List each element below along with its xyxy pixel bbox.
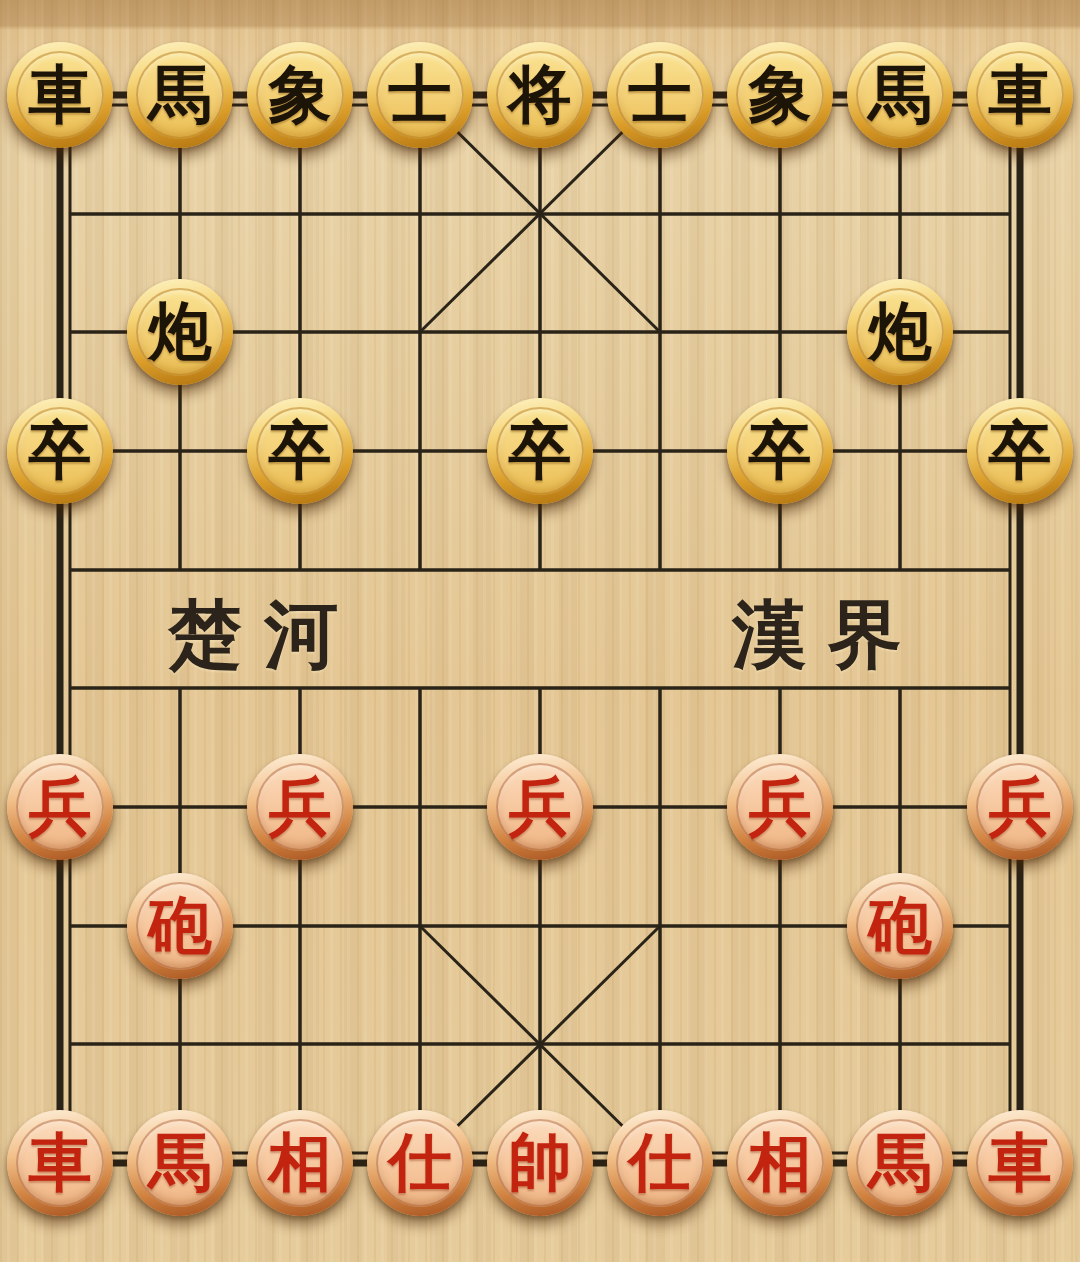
black-advisor[interactable]: 士 (607, 42, 713, 148)
piece-glyph: 卒 (749, 419, 812, 482)
piece-glyph: 仕 (389, 1131, 452, 1194)
red-soldier[interactable]: 兵 (727, 754, 833, 860)
piece-face: 砲 (136, 882, 224, 970)
piece-glyph: 象 (269, 63, 332, 126)
black-soldier[interactable]: 卒 (967, 398, 1073, 504)
piece-glyph: 卒 (509, 419, 572, 482)
piece-glyph: 馬 (149, 63, 212, 126)
piece-face: 卒 (736, 407, 824, 495)
piece-face: 馬 (856, 1119, 944, 1207)
piece-glyph: 兵 (989, 775, 1052, 838)
red-advisor[interactable]: 仕 (367, 1110, 473, 1216)
piece-glyph: 卒 (29, 419, 92, 482)
piece-face: 車 (976, 1119, 1064, 1207)
red-soldier[interactable]: 兵 (247, 754, 353, 860)
red-general[interactable]: 帥 (487, 1110, 593, 1216)
piece-face: 砲 (856, 882, 944, 970)
black-soldier[interactable]: 卒 (247, 398, 353, 504)
piece-glyph: 士 (629, 63, 692, 126)
piece-face: 相 (736, 1119, 824, 1207)
piece-glyph: 相 (749, 1131, 812, 1194)
piece-face: 士 (616, 51, 704, 139)
piece-face: 兵 (496, 763, 584, 851)
piece-face: 兵 (736, 763, 824, 851)
black-advisor[interactable]: 士 (367, 42, 473, 148)
piece-glyph: 馬 (869, 1131, 932, 1194)
piece-glyph: 将 (509, 63, 572, 126)
black-horse[interactable]: 馬 (127, 42, 233, 148)
black-cannon[interactable]: 炮 (127, 279, 233, 385)
red-soldier[interactable]: 兵 (7, 754, 113, 860)
river-label-right: 漢界 (732, 588, 924, 680)
piece-glyph: 馬 (149, 1131, 212, 1194)
red-elephant[interactable]: 相 (727, 1110, 833, 1216)
piece-face: 卒 (496, 407, 584, 495)
piece-glyph: 士 (389, 63, 452, 126)
piece-face: 炮 (856, 288, 944, 376)
piece-glyph: 炮 (869, 300, 932, 363)
piece-glyph: 車 (29, 63, 92, 126)
red-cannon[interactable]: 砲 (847, 873, 953, 979)
red-soldier[interactable]: 兵 (967, 754, 1073, 860)
piece-face: 馬 (136, 1119, 224, 1207)
piece-glyph: 車 (29, 1131, 92, 1194)
black-soldier[interactable]: 卒 (487, 398, 593, 504)
red-advisor[interactable]: 仕 (607, 1110, 713, 1216)
black-elephant[interactable]: 象 (247, 42, 353, 148)
red-horse[interactable]: 馬 (127, 1110, 233, 1216)
piece-face: 卒 (16, 407, 104, 495)
piece-glyph: 砲 (869, 894, 932, 957)
piece-face: 象 (256, 51, 344, 139)
river-label-left: 楚河 (168, 588, 360, 680)
black-soldier[interactable]: 卒 (727, 398, 833, 504)
piece-glyph: 象 (749, 63, 812, 126)
piece-glyph: 兵 (269, 775, 332, 838)
piece-face: 馬 (856, 51, 944, 139)
black-elephant[interactable]: 象 (727, 42, 833, 148)
red-soldier[interactable]: 兵 (487, 754, 593, 860)
piece-face: 卒 (256, 407, 344, 495)
piece-glyph: 車 (989, 63, 1052, 126)
piece-glyph: 炮 (149, 300, 212, 363)
piece-glyph: 仕 (629, 1131, 692, 1194)
black-chariot[interactable]: 車 (7, 42, 113, 148)
black-cannon[interactable]: 炮 (847, 279, 953, 385)
piece-face: 炮 (136, 288, 224, 376)
piece-face: 車 (16, 51, 104, 139)
red-elephant[interactable]: 相 (247, 1110, 353, 1216)
piece-face: 兵 (256, 763, 344, 851)
black-chariot[interactable]: 車 (967, 42, 1073, 148)
red-cannon[interactable]: 砲 (127, 873, 233, 979)
piece-face: 車 (976, 51, 1064, 139)
piece-face: 仕 (616, 1119, 704, 1207)
piece-glyph: 車 (989, 1131, 1052, 1194)
piece-face: 仕 (376, 1119, 464, 1207)
piece-glyph: 馬 (869, 63, 932, 126)
piece-glyph: 兵 (509, 775, 572, 838)
red-chariot[interactable]: 車 (7, 1110, 113, 1216)
piece-face: 卒 (976, 407, 1064, 495)
red-horse[interactable]: 馬 (847, 1110, 953, 1216)
piece-glyph: 帥 (509, 1131, 572, 1194)
red-chariot[interactable]: 車 (967, 1110, 1073, 1216)
piece-glyph: 卒 (269, 419, 332, 482)
piece-face: 兵 (976, 763, 1064, 851)
piece-face: 馬 (136, 51, 224, 139)
black-horse[interactable]: 馬 (847, 42, 953, 148)
piece-face: 士 (376, 51, 464, 139)
black-general[interactable]: 将 (487, 42, 593, 148)
piece-glyph: 兵 (749, 775, 812, 838)
piece-glyph: 相 (269, 1131, 332, 1194)
piece-face: 将 (496, 51, 584, 139)
xiangqi-board: 楚河 漢界 車馬象士将士象馬車炮炮卒卒卒卒卒兵兵兵兵兵砲砲車馬相仕帥仕相馬車 (0, 0, 1080, 1262)
piece-face: 兵 (16, 763, 104, 851)
piece-glyph: 卒 (989, 419, 1052, 482)
piece-face: 象 (736, 51, 824, 139)
black-soldier[interactable]: 卒 (7, 398, 113, 504)
piece-glyph: 兵 (29, 775, 92, 838)
piece-face: 相 (256, 1119, 344, 1207)
piece-face: 帥 (496, 1119, 584, 1207)
piece-face: 車 (16, 1119, 104, 1207)
piece-glyph: 砲 (149, 894, 212, 957)
